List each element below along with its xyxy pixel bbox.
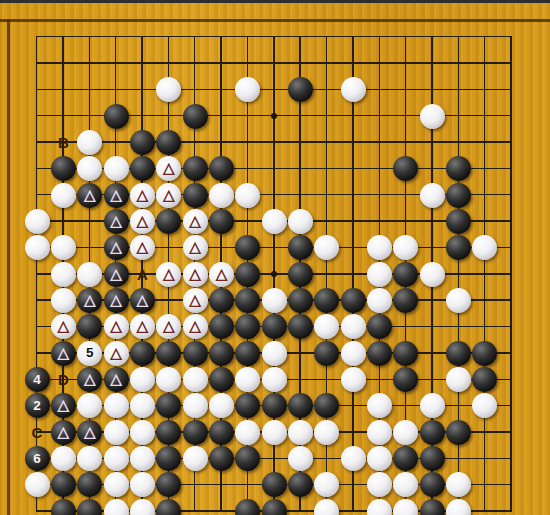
stone-white[interactable]: [235, 420, 260, 445]
stone-black[interactable]: △: [51, 341, 76, 366]
stone-black[interactable]: [314, 341, 339, 366]
stone-black[interactable]: △: [104, 262, 129, 287]
stone-black[interactable]: [183, 156, 208, 181]
stone-white[interactable]: [367, 420, 392, 445]
stone-white[interactable]: [367, 262, 392, 287]
triangle-mark: △: [58, 345, 70, 360]
triangle-mark: △: [163, 318, 175, 333]
stone-black[interactable]: [51, 156, 76, 181]
stone-white[interactable]: [209, 183, 234, 208]
triangle-mark: △: [189, 213, 201, 228]
stone-number: 5: [86, 346, 94, 360]
triangle-mark: △: [189, 292, 201, 307]
stone-black[interactable]: [209, 420, 234, 445]
board-edge-vertical: [7, 19, 10, 515]
stone-black[interactable]: △: [77, 183, 102, 208]
stone-white[interactable]: [420, 183, 445, 208]
screenshot-stage: △△△△△△△△△△△△△△△△△△△△△△△△△5△4△△2△△△6BADC: [0, 0, 550, 515]
stone-white[interactable]: [288, 209, 313, 234]
triangle-mark: △: [110, 292, 122, 307]
triangle-mark: △: [189, 239, 201, 254]
stone-white[interactable]: [262, 209, 287, 234]
stone-white[interactable]: [446, 288, 471, 313]
triangle-mark: △: [137, 187, 149, 202]
stone-black[interactable]: 6: [25, 446, 50, 471]
stone-white[interactable]: [130, 420, 155, 445]
stone-white[interactable]: 5: [77, 341, 102, 366]
stone-black[interactable]: 2: [25, 393, 50, 418]
triangle-mark: △: [137, 239, 149, 254]
stone-white[interactable]: △: [183, 262, 208, 287]
stone-white[interactable]: [183, 446, 208, 471]
stone-white[interactable]: [314, 420, 339, 445]
stone-white[interactable]: [51, 262, 76, 287]
triangle-mark: △: [137, 213, 149, 228]
triangle-mark: △: [163, 160, 175, 175]
triangle-mark: △: [163, 187, 175, 202]
stone-white[interactable]: △: [183, 288, 208, 313]
stone-white[interactable]: [288, 420, 313, 445]
stone-white[interactable]: [235, 183, 260, 208]
stone-white[interactable]: △: [209, 262, 234, 287]
stone-white[interactable]: △: [183, 235, 208, 260]
stone-black[interactable]: △: [77, 420, 102, 445]
stone-black[interactable]: [446, 420, 471, 445]
stone-black[interactable]: [156, 130, 181, 155]
stone-white[interactable]: [183, 393, 208, 418]
stone-white[interactable]: [262, 341, 287, 366]
stone-black[interactable]: [183, 420, 208, 445]
stone-black[interactable]: [393, 341, 418, 366]
stone-black[interactable]: △: [130, 288, 155, 313]
stone-black[interactable]: [209, 341, 234, 366]
stone-black[interactable]: [420, 446, 445, 471]
triangle-mark: △: [110, 318, 122, 333]
stone-white[interactable]: [393, 420, 418, 445]
stone-white[interactable]: [51, 235, 76, 260]
stone-black[interactable]: [341, 288, 366, 313]
stone-black[interactable]: [183, 183, 208, 208]
stone-white[interactable]: [51, 446, 76, 471]
stone-black[interactable]: [262, 393, 287, 418]
stone-black[interactable]: [209, 288, 234, 313]
stone-number: 2: [33, 399, 41, 413]
stone-black[interactable]: △: [104, 288, 129, 313]
triangle-mark: △: [58, 318, 70, 333]
board-label-D: D: [50, 367, 76, 393]
stone-black[interactable]: [209, 446, 234, 471]
stone-white[interactable]: [104, 499, 129, 515]
stone-black[interactable]: [183, 341, 208, 366]
stone-white[interactable]: [104, 420, 129, 445]
stone-white[interactable]: △: [183, 314, 208, 339]
go-board[interactable]: △△△△△△△△△△△△△△△△△△△△△△△△△5△4△△2△△△6BADC: [0, 0, 550, 515]
triangle-mark: △: [110, 187, 122, 202]
stone-white[interactable]: [420, 104, 445, 129]
stone-black[interactable]: △: [104, 183, 129, 208]
stone-black[interactable]: [367, 341, 392, 366]
stone-black[interactable]: △: [104, 235, 129, 260]
stone-black[interactable]: [235, 341, 260, 366]
triangle-mark: △: [189, 318, 201, 333]
stone-black[interactable]: [446, 209, 471, 234]
stone-white[interactable]: [341, 314, 366, 339]
stone-black[interactable]: [288, 288, 313, 313]
stone-white[interactable]: [77, 262, 102, 287]
stone-black[interactable]: [130, 130, 155, 155]
stone-white[interactable]: [25, 235, 50, 260]
stone-white[interactable]: [341, 77, 366, 102]
stone-black[interactable]: [130, 341, 155, 366]
stone-white[interactable]: [420, 262, 445, 287]
stone-white[interactable]: [262, 288, 287, 313]
stone-black[interactable]: △: [51, 420, 76, 445]
stone-white[interactable]: [367, 288, 392, 313]
board-edge-horizontal: [0, 19, 550, 22]
triangle-mark: △: [137, 292, 149, 307]
stone-white[interactable]: △: [156, 183, 181, 208]
stone-black[interactable]: [209, 367, 234, 392]
stone-white[interactable]: △: [104, 314, 129, 339]
triangle-mark: △: [110, 345, 122, 360]
stone-black[interactable]: [156, 420, 181, 445]
board-label-B: B: [50, 129, 76, 155]
stone-white[interactable]: [341, 446, 366, 471]
triangle-mark: △: [137, 318, 149, 333]
stone-black[interactable]: [262, 472, 287, 497]
stone-black[interactable]: 4: [25, 367, 50, 392]
stone-white[interactable]: [25, 209, 50, 234]
stone-white[interactable]: [51, 183, 76, 208]
stone-black[interactable]: △: [104, 209, 129, 234]
top-dark-strip: [0, 0, 550, 3]
stone-white[interactable]: [77, 130, 102, 155]
stone-white[interactable]: [341, 341, 366, 366]
triangle-mark: △: [216, 266, 228, 281]
stone-black[interactable]: △: [104, 367, 129, 392]
stone-number: 6: [33, 452, 41, 466]
stone-white[interactable]: [262, 367, 287, 392]
triangle-mark: △: [84, 187, 96, 202]
stone-black[interactable]: [183, 104, 208, 129]
stone-white[interactable]: [367, 446, 392, 471]
board-label-A: A: [129, 261, 155, 287]
stone-white[interactable]: [341, 367, 366, 392]
triangle-mark: △: [189, 266, 201, 281]
stone-white[interactable]: [104, 156, 129, 181]
stone-white[interactable]: [446, 367, 471, 392]
stone-black[interactable]: [446, 183, 471, 208]
stone-black[interactable]: [262, 314, 287, 339]
stone-white[interactable]: [130, 367, 155, 392]
stone-white[interactable]: [130, 446, 155, 471]
stone-black[interactable]: [235, 262, 260, 287]
stone-white[interactable]: [104, 472, 129, 497]
stone-white[interactable]: △: [104, 341, 129, 366]
triangle-mark: △: [84, 292, 96, 307]
stone-white[interactable]: △: [130, 183, 155, 208]
stone-black[interactable]: [288, 262, 313, 287]
stone-white[interactable]: [25, 472, 50, 497]
stone-white[interactable]: △: [156, 262, 181, 287]
stone-black[interactable]: [393, 262, 418, 287]
triangle-mark: △: [163, 266, 175, 281]
stone-white[interactable]: △: [130, 209, 155, 234]
triangle-mark: △: [110, 239, 122, 254]
stone-black[interactable]: [446, 341, 471, 366]
stone-white[interactable]: [183, 367, 208, 392]
triangle-mark: △: [110, 213, 122, 228]
triangle-mark: △: [110, 266, 122, 281]
stone-black[interactable]: [209, 209, 234, 234]
triangle-mark: △: [84, 371, 96, 386]
stone-white[interactable]: [104, 446, 129, 471]
stone-white[interactable]: [51, 288, 76, 313]
triangle-mark: △: [110, 371, 122, 386]
stone-white[interactable]: [104, 393, 129, 418]
stone-black[interactable]: [472, 341, 497, 366]
stone-black[interactable]: [130, 156, 155, 181]
stone-white[interactable]: △: [183, 209, 208, 234]
stone-white[interactable]: [420, 393, 445, 418]
triangle-mark: △: [58, 424, 70, 439]
stone-white[interactable]: [288, 446, 313, 471]
board-label-C: C: [24, 419, 50, 445]
stone-white[interactable]: [262, 420, 287, 445]
stone-black[interactable]: [420, 420, 445, 445]
stone-black[interactable]: [156, 341, 181, 366]
triangle-mark: △: [58, 397, 70, 412]
stone-number: 4: [33, 373, 41, 387]
triangle-mark: △: [84, 424, 96, 439]
stone-black[interactable]: [104, 104, 129, 129]
